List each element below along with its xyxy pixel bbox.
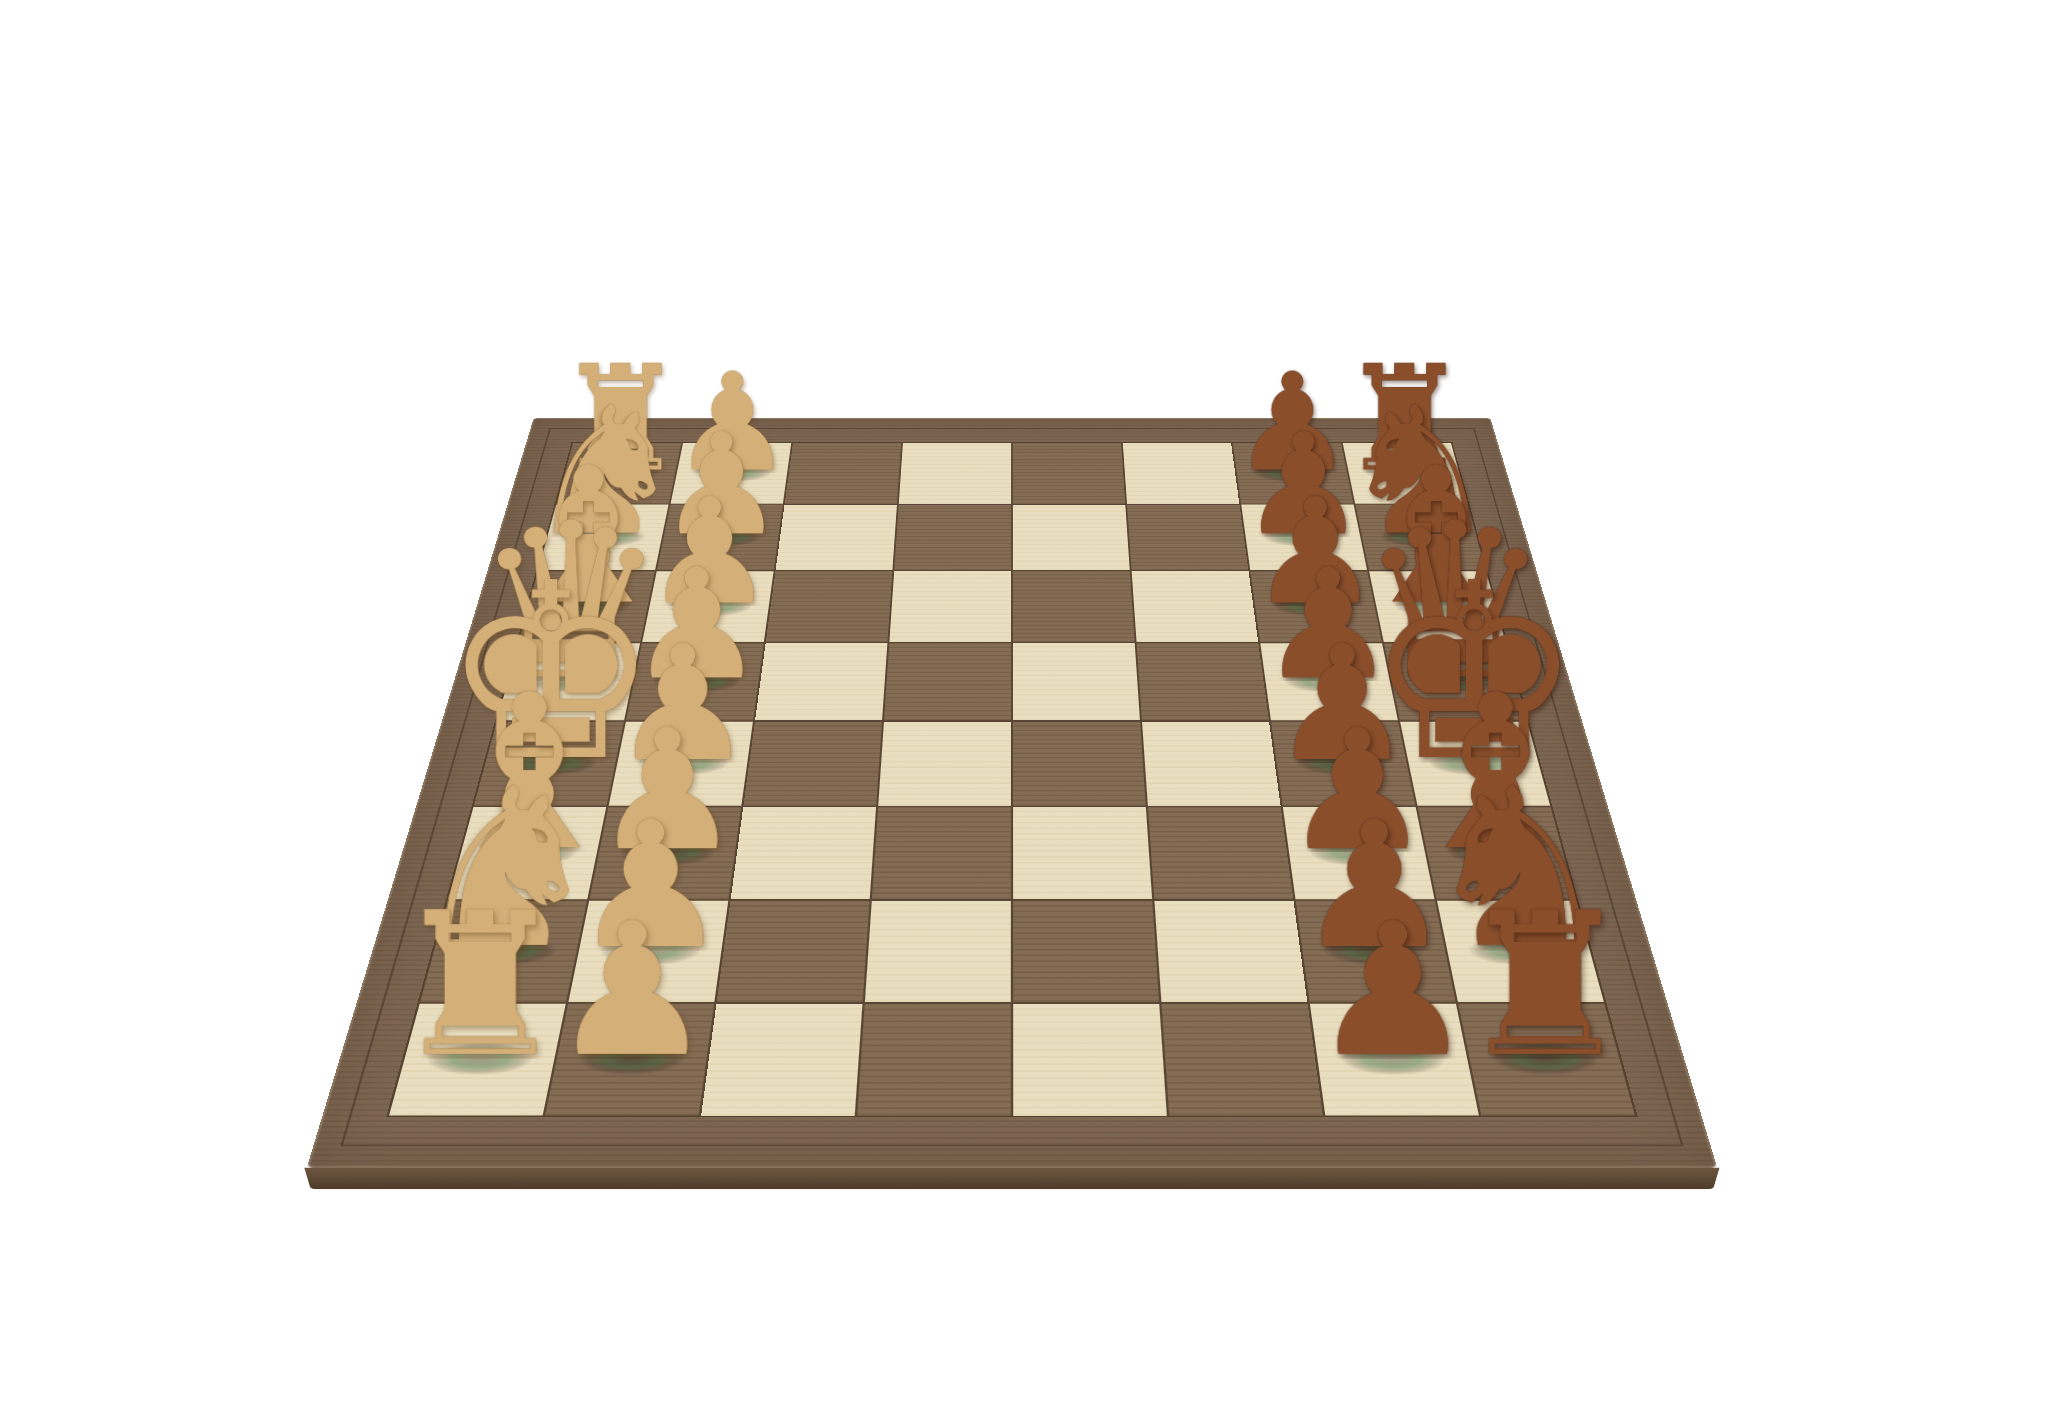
square-e5 bbox=[1013, 722, 1146, 806]
square-g7: ♟ bbox=[1296, 901, 1456, 1002]
square-c5 bbox=[1013, 571, 1135, 642]
square-c3 bbox=[766, 571, 893, 642]
square-d5 bbox=[1013, 643, 1140, 720]
square-g3 bbox=[717, 901, 870, 1002]
piece-shadow-h7 bbox=[1338, 1042, 1447, 1074]
piece-shadow-g7 bbox=[1322, 936, 1426, 965]
square-b5 bbox=[1013, 505, 1130, 570]
piece-shadow-d8 bbox=[1408, 670, 1499, 692]
square-g5 bbox=[1013, 901, 1159, 1002]
square-d4 bbox=[884, 643, 1011, 720]
square-b6 bbox=[1127, 505, 1248, 570]
square-b8: ♞ bbox=[1355, 505, 1485, 570]
square-a7: ♟ bbox=[1233, 443, 1354, 504]
white-pawn-f2: ♟ bbox=[576, 685, 758, 852]
square-f7: ♟ bbox=[1283, 807, 1435, 899]
square-h6 bbox=[1162, 1004, 1323, 1116]
square-f5 bbox=[1013, 807, 1152, 899]
piece-shadow-c1 bbox=[544, 596, 631, 616]
piece-shadow-a1 bbox=[580, 464, 661, 481]
square-a2: ♟ bbox=[671, 443, 792, 504]
square-a3 bbox=[785, 443, 902, 504]
piece-shadow-d1 bbox=[524, 670, 615, 692]
piece-shadow-f2 bbox=[617, 839, 716, 865]
piece-shadow-a2 bbox=[692, 464, 771, 481]
piece-shadow-c7 bbox=[1272, 596, 1358, 616]
piece-shadow-b1 bbox=[563, 528, 647, 547]
square-h7: ♟ bbox=[1310, 1004, 1479, 1116]
piece-shadow-g1 bbox=[452, 936, 558, 965]
square-h8: ♜ bbox=[1458, 1004, 1635, 1116]
piece-shadow-h1 bbox=[424, 1042, 535, 1074]
square-f3 bbox=[731, 807, 876, 899]
square-c7: ♟ bbox=[1250, 571, 1381, 642]
piece-shadow-b2 bbox=[680, 528, 763, 547]
square-d7: ♟ bbox=[1260, 643, 1398, 720]
square-e7: ♟ bbox=[1271, 722, 1415, 806]
chess-board: ♜♟♟♜♞♟♟♞♝♟♟♝♛♟♟♛♚♟♟♚♝♟♟♝♞♟♟♞♜♟♟♜ bbox=[307, 418, 1718, 1168]
square-a4 bbox=[899, 443, 1011, 504]
square-c8: ♝ bbox=[1369, 571, 1505, 642]
piece-shadow-e2 bbox=[635, 751, 729, 775]
square-a8: ♜ bbox=[1343, 443, 1468, 504]
piece-shadow-a8 bbox=[1364, 464, 1445, 481]
square-h4 bbox=[857, 1004, 1011, 1116]
piece-shadow-d2 bbox=[651, 670, 741, 692]
square-d2: ♟ bbox=[626, 643, 764, 720]
piece-shadow-d7 bbox=[1283, 670, 1373, 692]
white-pawn-a2: ♟ bbox=[658, 337, 806, 472]
piece-shadow-g8 bbox=[1466, 936, 1572, 965]
square-b7: ♟ bbox=[1241, 505, 1367, 570]
square-f1: ♝ bbox=[448, 807, 606, 899]
square-d3 bbox=[755, 643, 887, 720]
square-c2: ♟ bbox=[642, 571, 773, 642]
square-c4 bbox=[889, 571, 1011, 642]
square-e2: ♟ bbox=[609, 722, 753, 806]
square-d6 bbox=[1137, 643, 1269, 720]
chess-photo-scene: ♜♟♟♜♞♟♟♞♝♟♟♝♛♟♟♛♚♟♟♚♝♟♟♝♞♟♟♞♜♟♟♜ bbox=[0, 0, 2048, 1407]
black-pawn-f7: ♟ bbox=[1266, 685, 1448, 852]
square-d8: ♛ bbox=[1384, 643, 1527, 720]
piece-shadow-b7 bbox=[1262, 528, 1345, 547]
piece-shadow-e7 bbox=[1295, 751, 1389, 775]
square-g8: ♞ bbox=[1437, 901, 1604, 1002]
board-grid: ♜♟♟♜♞♟♟♞♝♟♟♝♛♟♟♛♚♟♟♚♝♟♟♝♞♟♟♞♜♟♟♜ bbox=[389, 443, 1635, 1116]
square-h2: ♟ bbox=[545, 1004, 714, 1116]
square-g6 bbox=[1154, 901, 1307, 1002]
square-e6 bbox=[1142, 722, 1281, 806]
square-f4 bbox=[872, 807, 1011, 899]
white-pawn-b2: ♟ bbox=[644, 396, 797, 537]
piece-shadow-a7 bbox=[1253, 464, 1332, 481]
square-h3 bbox=[701, 1004, 862, 1116]
piece-shadow-h2 bbox=[577, 1042, 686, 1074]
piece-shadow-b8 bbox=[1378, 528, 1462, 547]
piece-shadow-e1 bbox=[502, 751, 598, 775]
square-g2: ♟ bbox=[568, 901, 728, 1002]
square-a6 bbox=[1123, 443, 1240, 504]
square-e1: ♚ bbox=[474, 722, 624, 806]
square-d1: ♛ bbox=[497, 643, 640, 720]
piece-shadow-e8 bbox=[1426, 751, 1522, 775]
square-f8: ♝ bbox=[1418, 807, 1576, 899]
piece-shadow-c2 bbox=[666, 596, 752, 616]
square-e4 bbox=[878, 722, 1011, 806]
piece-shadow-f8 bbox=[1445, 839, 1545, 865]
black-pawn-a7: ♟ bbox=[1218, 337, 1366, 472]
piece-shadow-g2 bbox=[598, 936, 702, 965]
square-e8: ♚ bbox=[1400, 722, 1550, 806]
square-f6 bbox=[1148, 807, 1293, 899]
piece-shadow-c8 bbox=[1392, 596, 1479, 616]
square-g1: ♞ bbox=[420, 901, 587, 1002]
piece-shadow-f7 bbox=[1308, 839, 1407, 865]
square-e3 bbox=[743, 722, 882, 806]
black-rook-a8: ♜ bbox=[1330, 327, 1478, 473]
square-c1: ♝ bbox=[519, 571, 655, 642]
square-b2: ♟ bbox=[657, 505, 783, 570]
black-pawn-b7: ♟ bbox=[1226, 396, 1379, 537]
square-b1: ♞ bbox=[538, 505, 668, 570]
square-b4 bbox=[894, 505, 1011, 570]
piece-shadow-f1 bbox=[479, 839, 579, 865]
square-a5 bbox=[1013, 443, 1125, 504]
white-rook-a1: ♜ bbox=[546, 327, 694, 473]
piece-shadow-h8 bbox=[1489, 1042, 1600, 1074]
square-a1: ♜ bbox=[556, 443, 681, 504]
square-c6 bbox=[1132, 571, 1259, 642]
square-b3 bbox=[776, 505, 897, 570]
board-front-edge bbox=[304, 1168, 1719, 1190]
square-h1: ♜ bbox=[389, 1004, 566, 1116]
square-f2: ♟ bbox=[589, 807, 741, 899]
square-h5 bbox=[1013, 1004, 1167, 1116]
square-g4 bbox=[865, 901, 1011, 1002]
